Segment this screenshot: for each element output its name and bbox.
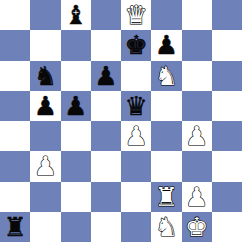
square-c4[interactable] <box>61 121 91 151</box>
white-pawn[interactable]: ♟ <box>185 184 208 210</box>
white-rook[interactable]: ♜ <box>155 184 178 210</box>
square-g2[interactable]: ♟ <box>182 182 212 212</box>
white-knight[interactable]: ♞ <box>155 214 178 240</box>
square-d4[interactable] <box>91 121 121 151</box>
white-pawn[interactable]: ♟ <box>185 123 208 149</box>
square-h4[interactable] <box>212 121 242 151</box>
square-g5[interactable] <box>182 91 212 121</box>
square-b8[interactable] <box>30 0 60 30</box>
square-g6[interactable] <box>182 61 212 91</box>
black-pawn[interactable]: ♟ <box>155 32 178 58</box>
square-g4[interactable]: ♟ <box>182 121 212 151</box>
square-a4[interactable] <box>0 121 30 151</box>
black-pawn[interactable]: ♟ <box>64 93 87 119</box>
square-d2[interactable] <box>91 182 121 212</box>
square-f1[interactable]: ♞ <box>151 212 181 242</box>
white-pawn[interactable]: ♟ <box>34 153 57 179</box>
square-e2[interactable] <box>121 182 151 212</box>
square-h2[interactable] <box>212 182 242 212</box>
black-bishop[interactable]: ♝ <box>64 2 87 28</box>
square-g7[interactable] <box>182 30 212 60</box>
square-c1[interactable] <box>61 212 91 242</box>
square-d5[interactable] <box>91 91 121 121</box>
square-c8[interactable]: ♝ <box>61 0 91 30</box>
square-a3[interactable] <box>0 151 30 181</box>
square-d3[interactable] <box>91 151 121 181</box>
square-e5[interactable]: ♛ <box>121 91 151 121</box>
square-d7[interactable] <box>91 30 121 60</box>
white-pawn[interactable]: ♟ <box>124 123 147 149</box>
square-b5[interactable]: ♟ <box>30 91 60 121</box>
square-h3[interactable] <box>212 151 242 181</box>
square-h7[interactable] <box>212 30 242 60</box>
square-a1[interactable]: ♜ <box>0 212 30 242</box>
square-d1[interactable] <box>91 212 121 242</box>
square-a6[interactable] <box>0 61 30 91</box>
square-c6[interactable] <box>61 61 91 91</box>
square-e7[interactable]: ♚ <box>121 30 151 60</box>
square-f7[interactable]: ♟ <box>151 30 181 60</box>
square-g3[interactable] <box>182 151 212 181</box>
square-f8[interactable] <box>151 0 181 30</box>
square-c3[interactable] <box>61 151 91 181</box>
white-queen[interactable]: ♛ <box>124 2 147 28</box>
black-knight[interactable]: ♞ <box>34 63 57 89</box>
square-f5[interactable] <box>151 91 181 121</box>
square-h8[interactable] <box>212 0 242 30</box>
black-pawn[interactable]: ♟ <box>94 63 117 89</box>
square-b4[interactable] <box>30 121 60 151</box>
black-rook[interactable]: ♜ <box>3 214 26 240</box>
square-c5[interactable]: ♟ <box>61 91 91 121</box>
square-g1[interactable]: ♚ <box>182 212 212 242</box>
square-b7[interactable] <box>30 30 60 60</box>
square-e4[interactable]: ♟ <box>121 121 151 151</box>
square-e8[interactable]: ♛ <box>121 0 151 30</box>
square-b1[interactable] <box>30 212 60 242</box>
square-f4[interactable] <box>151 121 181 151</box>
square-b2[interactable] <box>30 182 60 212</box>
chess-board: ♝♛♚♟♞♟♞♟♟♛♟♟♟♜♟♜♞♚ <box>0 0 242 242</box>
square-e1[interactable] <box>121 212 151 242</box>
square-h1[interactable] <box>212 212 242 242</box>
square-f6[interactable]: ♞ <box>151 61 181 91</box>
square-c2[interactable] <box>61 182 91 212</box>
square-f3[interactable] <box>151 151 181 181</box>
square-g8[interactable] <box>182 0 212 30</box>
square-d8[interactable] <box>91 0 121 30</box>
square-d6[interactable]: ♟ <box>91 61 121 91</box>
square-b3[interactable]: ♟ <box>30 151 60 181</box>
square-a8[interactable] <box>0 0 30 30</box>
square-a2[interactable] <box>0 182 30 212</box>
black-pawn[interactable]: ♟ <box>34 93 57 119</box>
square-e6[interactable] <box>121 61 151 91</box>
white-king[interactable]: ♚ <box>185 214 208 240</box>
square-f2[interactable]: ♜ <box>151 182 181 212</box>
square-b6[interactable]: ♞ <box>30 61 60 91</box>
square-c7[interactable] <box>61 30 91 60</box>
white-knight[interactable]: ♞ <box>155 63 178 89</box>
square-a7[interactable] <box>0 30 30 60</box>
square-h6[interactable] <box>212 61 242 91</box>
square-e3[interactable] <box>121 151 151 181</box>
square-h5[interactable] <box>212 91 242 121</box>
black-queen[interactable]: ♛ <box>124 93 147 119</box>
black-king[interactable]: ♚ <box>124 32 147 58</box>
square-a5[interactable] <box>0 91 30 121</box>
